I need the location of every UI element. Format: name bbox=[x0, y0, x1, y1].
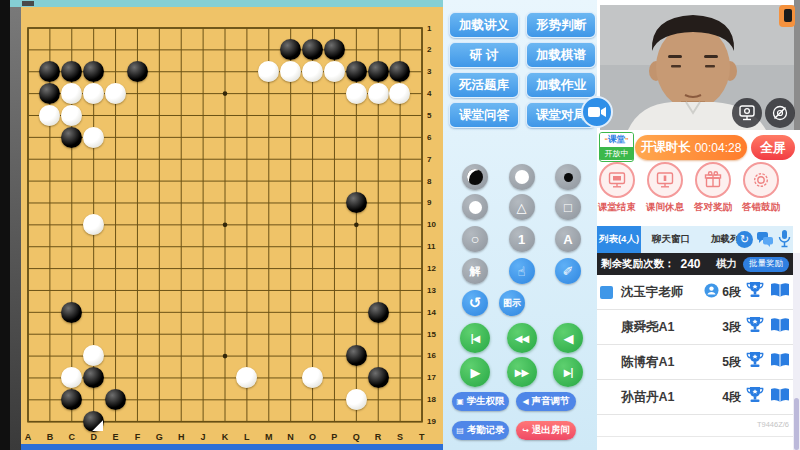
stone-R14[interactable] bbox=[368, 302, 389, 323]
refresh-list-icon[interactable]: ↻ bbox=[736, 231, 753, 248]
student-permissions-button[interactable]: ▣ 学生权限 bbox=[452, 392, 509, 411]
stone-Q16[interactable] bbox=[346, 345, 367, 366]
list-separator bbox=[597, 436, 793, 437]
fast-forward-button[interactable]: ▶▶ bbox=[507, 357, 537, 387]
marker-tools-row: △ □ bbox=[462, 194, 581, 220]
rewards-bar: 剩余奖励次数： 240 棋力 批量奖励 bbox=[597, 253, 793, 275]
teacher-board-icon bbox=[600, 286, 613, 299]
stone-F3[interactable] bbox=[127, 61, 148, 82]
stone-P3[interactable] bbox=[324, 61, 345, 82]
bottom-strip bbox=[21, 444, 443, 450]
trophy-icon[interactable] bbox=[745, 385, 765, 409]
brush-tool-icon[interactable]: ✐ bbox=[555, 258, 581, 284]
stone-Q4[interactable] bbox=[346, 83, 367, 104]
stone-C6[interactable] bbox=[61, 127, 82, 148]
class-qa-button[interactable]: 课堂问答 bbox=[449, 102, 519, 128]
stone-D19[interactable] bbox=[83, 411, 104, 432]
student-permissions-icon: ▣ bbox=[456, 397, 464, 406]
menu-buttons: 加载讲义 形势判断 研 讨 加载棋谱 死活题库 加载作业 课堂问答 课堂对局 bbox=[449, 12, 597, 128]
load-lecture-button[interactable]: 加载讲义 bbox=[449, 12, 519, 38]
watermark: T9446Z/6 bbox=[727, 420, 789, 429]
last-move-marker bbox=[92, 420, 103, 431]
stone-tools-row bbox=[462, 164, 581, 190]
roster-row[interactable]: 沈玉宇老师 6段 bbox=[597, 275, 793, 310]
dot-marker-tool-icon[interactable] bbox=[555, 164, 581, 190]
attendance-icon: ▤ bbox=[456, 426, 464, 435]
stone-P2[interactable] bbox=[324, 39, 345, 60]
speaker-muted-icon bbox=[771, 105, 789, 121]
roster-scrollbar[interactable] bbox=[793, 253, 800, 450]
stone-Q9[interactable] bbox=[346, 192, 367, 213]
refresh-tool-icon[interactable]: ↺ bbox=[462, 290, 488, 316]
mute-speaker-button[interactable] bbox=[765, 98, 795, 128]
answer-tool-icon[interactable]: 解 bbox=[462, 258, 488, 284]
class-panel: “课堂” 开放中 开课时长 00:04:28 全屏 课堂结束 bbox=[597, 0, 800, 450]
stone-O17[interactable] bbox=[302, 367, 323, 388]
exit-icon: ↪ bbox=[522, 426, 529, 435]
end-class-button[interactable]: 课堂结束 bbox=[593, 162, 641, 214]
number-marker-tool-icon[interactable]: 1 bbox=[509, 226, 535, 252]
triangle-marker-tool-icon[interactable]: △ bbox=[509, 194, 535, 220]
window-left-edge bbox=[0, 0, 10, 450]
stone-D3[interactable] bbox=[83, 61, 104, 82]
stone-R17[interactable] bbox=[368, 367, 389, 388]
black-stone-tool-icon[interactable] bbox=[462, 164, 488, 190]
member-name: 沈玉宇老师 bbox=[621, 284, 704, 301]
roster-row[interactable]: 孙苗丹A1 4段 bbox=[597, 380, 793, 415]
stone-E4[interactable] bbox=[105, 83, 126, 104]
class-duration: 开课时长 00:04:28 bbox=[635, 135, 747, 160]
edit-tools-row: 解 ☝ ✐ bbox=[462, 258, 581, 284]
screen-share-icon[interactable] bbox=[779, 5, 795, 27]
stone-C3[interactable] bbox=[61, 61, 82, 82]
judge-position-button[interactable]: 形势判断 bbox=[526, 12, 596, 38]
stone-E18[interactable] bbox=[105, 389, 126, 410]
go-classroom-app: ABCDEFGHJKLMNOPQRST 12345678910111213141… bbox=[0, 0, 800, 450]
roster-list: 沈玉宇老师 6段 康舜尧A1 3段 bbox=[597, 275, 793, 415]
stone-C17[interactable] bbox=[61, 367, 82, 388]
video-camera-icon bbox=[588, 106, 606, 118]
circle-marker-tool-icon[interactable]: ○ bbox=[462, 226, 488, 252]
teacher-badge-icon bbox=[704, 283, 719, 302]
class-break-button[interactable]: 课间休息 bbox=[641, 162, 689, 214]
member-name: 康舜尧A1 bbox=[621, 319, 722, 336]
wrong-encourage-button[interactable]: 答错鼓励 bbox=[737, 162, 785, 214]
homework-book-icon[interactable] bbox=[770, 352, 790, 372]
diagram-button[interactable]: 图示 bbox=[499, 290, 525, 316]
snapshot-button[interactable] bbox=[732, 98, 762, 128]
stone-S3[interactable] bbox=[389, 61, 410, 82]
webcam-icon bbox=[738, 105, 756, 121]
discussion-button[interactable]: 研 讨 bbox=[449, 42, 519, 68]
misc-tools-row: ↺ 图示 bbox=[462, 290, 581, 316]
microphone-icon[interactable] bbox=[778, 229, 791, 253]
stones-layer[interactable] bbox=[17, 17, 433, 433]
column-labels: ABCDEFGHJKLMNOPQRST bbox=[17, 432, 433, 442]
stone-Q3[interactable] bbox=[346, 61, 367, 82]
tab-chat[interactable]: 聊天窗口 bbox=[641, 226, 701, 253]
roster-row[interactable]: 康舜尧A1 3段 bbox=[597, 310, 793, 345]
stone-R3[interactable] bbox=[368, 61, 389, 82]
white-fill-tool-icon[interactable] bbox=[462, 194, 488, 220]
stone-B3[interactable] bbox=[39, 61, 60, 82]
homework-book-icon[interactable] bbox=[770, 317, 790, 337]
stone-L17[interactable] bbox=[236, 367, 257, 388]
batch-reward-button[interactable]: 批量奖励 bbox=[743, 257, 789, 272]
stone-D4[interactable] bbox=[83, 83, 104, 104]
letter-marker-tool-icon[interactable]: A bbox=[555, 226, 581, 252]
stone-S4[interactable] bbox=[389, 83, 410, 104]
step-forward-button[interactable]: ▶ bbox=[460, 357, 490, 387]
exit-room-button[interactable]: ↪ 退出房间 bbox=[516, 421, 576, 440]
homework-book-icon[interactable] bbox=[770, 282, 790, 302]
member-name: 孙苗丹A1 bbox=[621, 389, 722, 406]
row-labels: 12345678910111213141516171819 bbox=[427, 17, 436, 433]
stone-C18[interactable] bbox=[61, 389, 82, 410]
member-rank: 5段 bbox=[722, 354, 741, 371]
stone-D17[interactable] bbox=[83, 367, 104, 388]
scrollbar-thumb[interactable] bbox=[794, 398, 799, 450]
skip-end-button[interactable]: ▶| bbox=[553, 357, 583, 387]
class-open-badge: “课堂” 开放中 bbox=[599, 132, 634, 162]
top-bar-mark bbox=[22, 1, 34, 6]
trophy-icon[interactable] bbox=[745, 350, 765, 374]
stone-M3[interactable] bbox=[258, 61, 279, 82]
stone-D16[interactable] bbox=[83, 345, 104, 366]
go-board[interactable]: ABCDEFGHJKLMNOPQRST 12345678910111213141… bbox=[21, 7, 443, 444]
fullscreen-button[interactable]: 全屏 bbox=[751, 135, 795, 160]
trophy-icon[interactable] bbox=[745, 280, 765, 304]
attendance-button[interactable]: ▤ 考勤记录 bbox=[452, 421, 509, 440]
stone-C4[interactable] bbox=[61, 83, 82, 104]
stone-D6[interactable] bbox=[83, 127, 104, 148]
stone-C5[interactable] bbox=[61, 105, 82, 126]
stone-B4[interactable] bbox=[39, 83, 60, 104]
stone-O2[interactable] bbox=[302, 39, 323, 60]
step-back-button[interactable]: ◀ bbox=[553, 323, 583, 353]
trophy-icon[interactable] bbox=[745, 315, 765, 339]
skip-start-button[interactable]: |◀ bbox=[460, 323, 490, 353]
teacher-tools-panel: 加载讲义 形势判断 研 讨 加载棋谱 死活题库 加载作业 课堂问答 课堂对局 △… bbox=[443, 0, 600, 450]
speaker-icon: ◀ bbox=[522, 397, 528, 406]
volume-adjust-button[interactable]: ◀ 声音调节 bbox=[516, 392, 576, 411]
playback-row-back: |◀ ◀◀ ◀ bbox=[460, 323, 583, 353]
monitor-icon bbox=[599, 162, 635, 198]
member-rank: 3段 bbox=[722, 319, 741, 336]
camera-toggle-button[interactable] bbox=[581, 96, 613, 128]
white-stone-tool-icon[interactable] bbox=[509, 164, 535, 190]
member-name: 陈博宥A1 bbox=[621, 354, 722, 371]
member-rank: 6段 bbox=[722, 284, 741, 301]
fast-rewind-button[interactable]: ◀◀ bbox=[507, 323, 537, 353]
stone-O3[interactable] bbox=[302, 61, 323, 82]
member-rank: 4段 bbox=[722, 389, 741, 406]
stone-D10[interactable] bbox=[83, 214, 104, 235]
tab-list[interactable]: 列表(4人) bbox=[597, 226, 641, 253]
load-homework-button[interactable]: 加载作业 bbox=[526, 72, 596, 98]
gift-icon bbox=[695, 162, 731, 198]
stone-R4[interactable] bbox=[368, 83, 389, 104]
monitor-pause-icon bbox=[647, 162, 683, 198]
life-death-button[interactable]: 死活题库 bbox=[449, 72, 519, 98]
chat-bubbles-icon[interactable] bbox=[756, 231, 774, 252]
hand-pointer-tool-icon[interactable]: ☝ bbox=[509, 258, 535, 284]
label-tools-row: ○ 1 A bbox=[462, 226, 581, 252]
stone-Q18[interactable] bbox=[346, 389, 367, 410]
square-marker-tool-icon[interactable]: □ bbox=[555, 194, 581, 220]
stone-C14[interactable] bbox=[61, 302, 82, 323]
homework-book-icon[interactable] bbox=[770, 387, 790, 407]
stone-B5[interactable] bbox=[39, 105, 60, 126]
stone-N3[interactable] bbox=[280, 61, 301, 82]
roster-row[interactable]: 陈博宥A1 5段 bbox=[597, 345, 793, 380]
load-kifu-button[interactable]: 加载棋谱 bbox=[526, 42, 596, 68]
correct-reward-button[interactable]: 答对奖励 bbox=[689, 162, 737, 214]
medal-icon bbox=[743, 162, 779, 198]
playback-row-fwd: ▶ ▶▶ ▶| bbox=[460, 357, 583, 387]
stone-N2[interactable] bbox=[280, 39, 301, 60]
